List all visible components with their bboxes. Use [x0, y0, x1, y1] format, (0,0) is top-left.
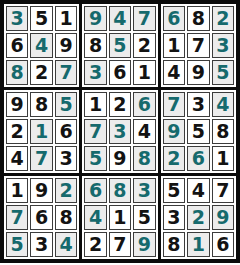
- sudoku-box-6: 734958261: [161, 90, 236, 173]
- sudoku-board: 3516498279478523616821734959852164731267…: [0, 0, 240, 263]
- sudoku-app: 3516498279478523616821734959852164731267…: [0, 0, 240, 265]
- cell-r3c6[interactable]: 1: [133, 60, 155, 85]
- cell-r6c3[interactable]: 3: [55, 146, 77, 171]
- cell-r2c1[interactable]: 6: [6, 33, 28, 58]
- cell-r1c4[interactable]: 9: [84, 6, 106, 31]
- sudoku-box-3: 682173495: [161, 4, 236, 87]
- cell-r3c1[interactable]: 8: [6, 60, 28, 85]
- cell-r1c8[interactable]: 8: [187, 6, 209, 31]
- cell-r7c8[interactable]: 4: [187, 178, 209, 203]
- cell-r1c3[interactable]: 1: [55, 6, 77, 31]
- cell-r5c5[interactable]: 3: [109, 119, 131, 144]
- cell-r7c3[interactable]: 2: [55, 178, 77, 203]
- cell-r9c7[interactable]: 8: [163, 232, 185, 257]
- cell-r8c9[interactable]: 9: [212, 205, 234, 230]
- cell-r5c4[interactable]: 7: [84, 119, 106, 144]
- cell-r4c4[interactable]: 1: [84, 92, 106, 117]
- sudoku-box-1: 351649827: [4, 4, 79, 87]
- cell-r5c3[interactable]: 6: [55, 119, 77, 144]
- cell-r7c2[interactable]: 9: [30, 178, 52, 203]
- sudoku-box-2: 947852361: [82, 4, 157, 87]
- cell-r6c6[interactable]: 8: [133, 146, 155, 171]
- cell-r2c9[interactable]: 3: [212, 33, 234, 58]
- cell-r6c1[interactable]: 4: [6, 146, 28, 171]
- cell-r3c5[interactable]: 6: [109, 60, 131, 85]
- cell-r4c1[interactable]: 9: [6, 92, 28, 117]
- cell-r9c1[interactable]: 5: [6, 232, 28, 257]
- cell-r5c9[interactable]: 8: [212, 119, 234, 144]
- cell-r4c7[interactable]: 7: [163, 92, 185, 117]
- cell-r9c2[interactable]: 3: [30, 232, 52, 257]
- cell-r2c4[interactable]: 8: [84, 33, 106, 58]
- cell-r2c2[interactable]: 4: [30, 33, 52, 58]
- cell-r8c1[interactable]: 7: [6, 205, 28, 230]
- cell-r9c8[interactable]: 1: [187, 232, 209, 257]
- cell-r8c4[interactable]: 4: [84, 205, 106, 230]
- cell-r4c5[interactable]: 2: [109, 92, 131, 117]
- cell-r7c6[interactable]: 3: [133, 178, 155, 203]
- cell-r1c9[interactable]: 2: [212, 6, 234, 31]
- cell-r3c4[interactable]: 3: [84, 60, 106, 85]
- cell-r1c5[interactable]: 4: [109, 6, 131, 31]
- sudoku-box-5: 126734598: [82, 90, 157, 173]
- cell-r4c2[interactable]: 8: [30, 92, 52, 117]
- cell-r4c9[interactable]: 4: [212, 92, 234, 117]
- cell-r2c8[interactable]: 7: [187, 33, 209, 58]
- cell-r7c1[interactable]: 1: [6, 178, 28, 203]
- cell-r4c3[interactable]: 5: [55, 92, 77, 117]
- cell-r7c7[interactable]: 5: [163, 178, 185, 203]
- cell-r5c2[interactable]: 1: [30, 119, 52, 144]
- cell-r4c6[interactable]: 6: [133, 92, 155, 117]
- cell-r8c2[interactable]: 6: [30, 205, 52, 230]
- cell-r9c4[interactable]: 2: [84, 232, 106, 257]
- cell-r7c4[interactable]: 6: [84, 178, 106, 203]
- cell-r3c9[interactable]: 5: [212, 60, 234, 85]
- cell-r9c3[interactable]: 4: [55, 232, 77, 257]
- cell-r6c4[interactable]: 5: [84, 146, 106, 171]
- cell-r8c3[interactable]: 8: [55, 205, 77, 230]
- cell-r6c2[interactable]: 7: [30, 146, 52, 171]
- cell-r1c7[interactable]: 6: [163, 6, 185, 31]
- cell-r8c8[interactable]: 2: [187, 205, 209, 230]
- cell-r7c5[interactable]: 8: [109, 178, 131, 203]
- sudoku-box-8: 683415279: [82, 176, 157, 259]
- cell-r3c8[interactable]: 9: [187, 60, 209, 85]
- cell-r1c2[interactable]: 5: [30, 6, 52, 31]
- cell-r9c6[interactable]: 9: [133, 232, 155, 257]
- cell-r6c9[interactable]: 1: [212, 146, 234, 171]
- cell-r2c5[interactable]: 5: [109, 33, 131, 58]
- cell-r8c5[interactable]: 1: [109, 205, 131, 230]
- cell-r6c8[interactable]: 6: [187, 146, 209, 171]
- cell-r2c3[interactable]: 9: [55, 33, 77, 58]
- cell-r2c7[interactable]: 1: [163, 33, 185, 58]
- cell-r5c6[interactable]: 4: [133, 119, 155, 144]
- cell-r6c7[interactable]: 2: [163, 146, 185, 171]
- cell-r5c1[interactable]: 2: [6, 119, 28, 144]
- cell-r5c8[interactable]: 5: [187, 119, 209, 144]
- cell-r1c6[interactable]: 7: [133, 6, 155, 31]
- cell-r2c6[interactable]: 2: [133, 33, 155, 58]
- sudoku-box-7: 192768534: [4, 176, 79, 259]
- cell-r3c2[interactable]: 2: [30, 60, 52, 85]
- sudoku-box-9: 547329816: [161, 176, 236, 259]
- cell-r9c9[interactable]: 6: [212, 232, 234, 257]
- cell-r4c8[interactable]: 3: [187, 92, 209, 117]
- cell-r8c6[interactable]: 5: [133, 205, 155, 230]
- sudoku-box-4: 985216473: [4, 90, 79, 173]
- cell-r1c1[interactable]: 3: [6, 6, 28, 31]
- cell-r3c7[interactable]: 4: [163, 60, 185, 85]
- cell-r8c7[interactable]: 3: [163, 205, 185, 230]
- cell-r7c9[interactable]: 7: [212, 178, 234, 203]
- cell-r6c5[interactable]: 9: [109, 146, 131, 171]
- cell-r5c7[interactable]: 9: [163, 119, 185, 144]
- cell-r9c5[interactable]: 7: [109, 232, 131, 257]
- cell-r3c3[interactable]: 7: [55, 60, 77, 85]
